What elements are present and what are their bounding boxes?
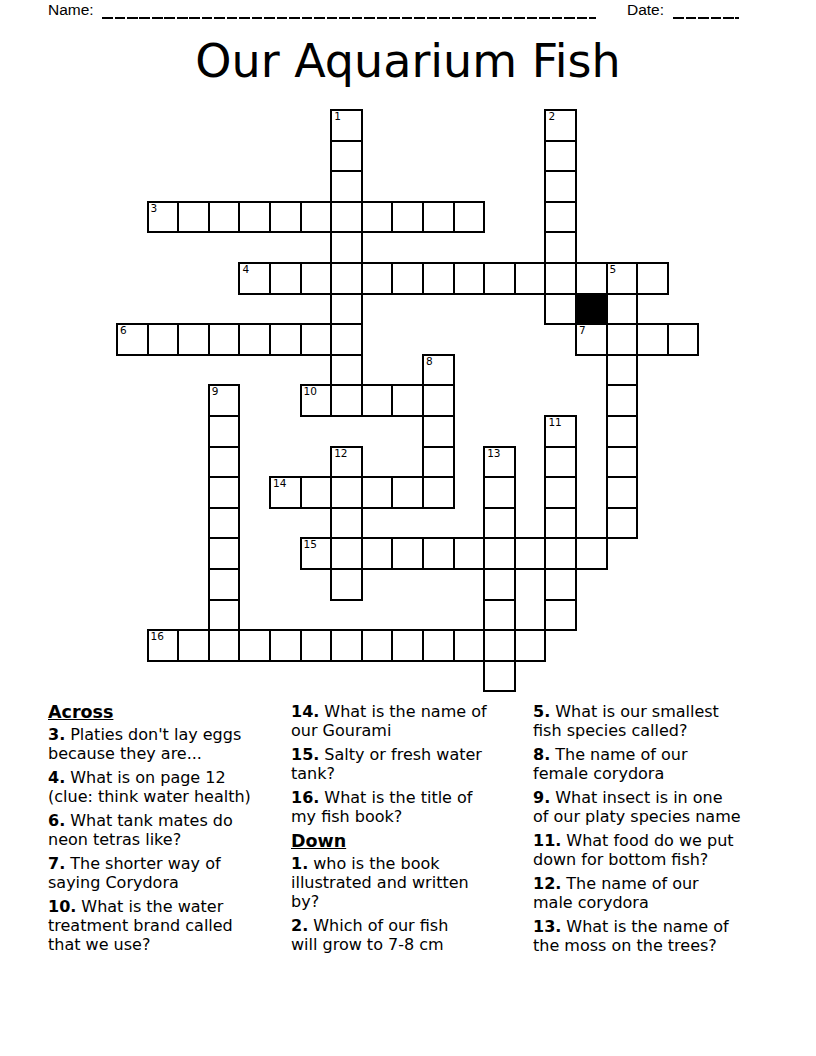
grid-cell[interactable] [177, 323, 210, 356]
grid-cell[interactable] [514, 629, 547, 662]
clue-12: 12.The name of our male corydora [533, 874, 785, 912]
grid-cell[interactable] [483, 262, 516, 295]
grid-cell[interactable] [269, 323, 302, 356]
black-cell [575, 293, 608, 326]
grid-cell[interactable] [177, 201, 210, 234]
grid-cell[interactable] [208, 446, 241, 479]
grid-cell[interactable] [606, 354, 639, 387]
clue-text: who is the book illustrated and written … [291, 854, 469, 911]
puzzle-title: Our Aquarium Fish [0, 34, 816, 88]
grid-cell[interactable] [483, 476, 516, 509]
grid-cell[interactable] [330, 629, 363, 662]
clue-3: 3.Platies don't lay eggs because they ar… [48, 725, 288, 763]
clue-text: What insect is in one of our platy speci… [533, 788, 741, 826]
grid-cell[interactable] [330, 507, 363, 540]
grid-cell[interactable] [544, 293, 577, 326]
grid-cell[interactable]: 8 [422, 354, 455, 387]
clue-column-2: 14.What is the name of our Gourami15.Sal… [291, 702, 530, 959]
grid-cell[interactable] [269, 262, 302, 295]
grid-cell[interactable] [483, 537, 516, 570]
clue-14: 14.What is the name of our Gourami [291, 702, 530, 740]
grid-cell[interactable] [208, 568, 241, 601]
date-blank-line[interactable] [673, 17, 739, 19]
grid-cell[interactable] [177, 629, 210, 662]
grid-cell[interactable] [606, 384, 639, 417]
grid-cell[interactable] [330, 293, 363, 326]
grid-cell[interactable] [330, 170, 363, 203]
clue-text: What is on page 12 (clue: think water he… [48, 768, 251, 806]
clue-2: 2.Which of our fish will grow to 7-8 cm [291, 916, 530, 954]
crossword-grid: 12345678910111213141516 [117, 110, 699, 692]
cell-number-7: 7 [579, 325, 586, 336]
grid-cell[interactable] [391, 201, 424, 234]
grid-cell[interactable] [208, 415, 241, 448]
cell-number-15: 15 [304, 539, 317, 550]
grid-cell[interactable] [636, 262, 669, 295]
grid-cell[interactable] [208, 507, 241, 540]
grid-cell[interactable] [544, 568, 577, 601]
cell-number-10: 10 [304, 386, 317, 397]
grid-cell[interactable]: 4 [238, 262, 271, 295]
grid-cell[interactable]: 15 [300, 537, 333, 570]
clue-number-label: 12. [533, 874, 561, 893]
grid-cell[interactable] [636, 323, 669, 356]
clue-11: 11.What food do we put down for bottom f… [533, 831, 785, 869]
cell-number-1: 1 [334, 111, 341, 122]
clue-column-3: 5.What is our smallest fish species call… [533, 702, 785, 960]
clue-column-1: Across3.Platies don't lay eggs because t… [48, 702, 288, 959]
grid-cell[interactable] [483, 599, 516, 632]
clue-text: Platies don't lay eggs because they are.… [48, 725, 241, 763]
grid-cell[interactable] [238, 323, 271, 356]
grid-cell[interactable] [208, 629, 241, 662]
clue-8: 8.The name of our female corydora [533, 745, 785, 783]
name-label: Name: [48, 1, 94, 19]
grid-cell[interactable] [330, 201, 363, 234]
clue-number-label: 16. [291, 788, 319, 807]
cell-number-9: 9 [212, 386, 219, 397]
clue-9: 9.What insect is in one of our platy spe… [533, 788, 785, 826]
grid-cell[interactable]: 11 [544, 415, 577, 448]
cell-number-5: 5 [610, 264, 617, 275]
clue-number-label: 6. [48, 811, 65, 830]
clue-15: 15.Salty or fresh water tank? [291, 745, 530, 783]
cell-number-13: 13 [487, 448, 500, 459]
grid-cell[interactable] [208, 201, 241, 234]
grid-cell[interactable] [422, 415, 455, 448]
grid-cell[interactable] [361, 384, 394, 417]
grid-cell[interactable] [514, 262, 547, 295]
grid-cell[interactable]: 6 [116, 323, 149, 356]
across-header: Across [48, 702, 288, 722]
grid-cell[interactable] [300, 629, 333, 662]
grid-cell[interactable] [361, 201, 394, 234]
grid-cell[interactable] [391, 262, 424, 295]
cell-number-12: 12 [334, 448, 347, 459]
grid-cell[interactable] [453, 262, 486, 295]
grid-cell[interactable] [544, 170, 577, 203]
grid-cell[interactable]: 16 [147, 629, 180, 662]
date-label: Date: [627, 1, 664, 19]
cell-number-4: 4 [242, 264, 249, 275]
grid-cell[interactable] [483, 660, 516, 693]
clue-7: 7.The shorter way of saying Corydora [48, 854, 288, 892]
grid-cell[interactable]: 13 [483, 446, 516, 479]
clue-number-label: 13. [533, 917, 561, 936]
clue-number-label: 5. [533, 702, 550, 721]
grid-cell[interactable] [330, 354, 363, 387]
grid-cell[interactable] [544, 446, 577, 479]
grid-cell[interactable] [361, 262, 394, 295]
clue-text: What is the name of our Gourami [291, 702, 487, 740]
grid-cell[interactable]: 3 [147, 201, 180, 234]
clue-4: 4.What is on page 12 (clue: think water … [48, 768, 288, 806]
grid-cell[interactable] [606, 476, 639, 509]
grid-cell[interactable] [606, 323, 639, 356]
clue-text: What is our smallest fish species called… [533, 702, 719, 740]
clue-number-label: 10. [48, 897, 76, 916]
grid-cell[interactable] [483, 629, 516, 662]
grid-cell[interactable] [208, 476, 241, 509]
grid-cell[interactable] [606, 415, 639, 448]
grid-cell[interactable] [391, 384, 424, 417]
grid-cell[interactable] [361, 476, 394, 509]
clue-number-label: 2. [291, 916, 308, 935]
cell-number-14: 14 [273, 478, 286, 489]
grid-cell[interactable] [422, 446, 455, 479]
grid-cell[interactable] [544, 476, 577, 509]
grid-cell[interactable] [391, 476, 424, 509]
cell-number-11: 11 [548, 417, 561, 428]
clue-10: 10.What is the water treatment brand cal… [48, 897, 288, 954]
clue-number-label: 7. [48, 854, 65, 873]
cell-number-16: 16 [151, 631, 164, 642]
grid-cell[interactable]: 14 [269, 476, 302, 509]
grid-cell[interactable]: 7 [575, 323, 608, 356]
grid-cell[interactable] [361, 537, 394, 570]
grid-cell[interactable] [544, 231, 577, 264]
clue-text: What is the name of the moss on the tree… [533, 917, 729, 955]
clue-number-label: 3. [48, 725, 65, 744]
grid-cell[interactable] [544, 507, 577, 540]
grid-cell[interactable] [330, 262, 363, 295]
grid-cell[interactable] [330, 537, 363, 570]
grid-cell[interactable] [422, 384, 455, 417]
clue-number-label: 11. [533, 831, 561, 850]
grid-cell[interactable] [544, 599, 577, 632]
grid-cell[interactable] [300, 476, 333, 509]
grid-cell[interactable]: 9 [208, 384, 241, 417]
grid-cell[interactable] [208, 323, 241, 356]
clue-text: The shorter way of saying Corydora [48, 854, 221, 892]
grid-cell[interactable] [544, 262, 577, 295]
cell-number-8: 8 [426, 356, 433, 367]
grid-cell[interactable] [483, 568, 516, 601]
grid-cell[interactable] [330, 323, 363, 356]
grid-cell[interactable] [269, 629, 302, 662]
grid-cell[interactable] [391, 629, 424, 662]
grid-cell[interactable] [453, 537, 486, 570]
grid-cell[interactable] [300, 201, 333, 234]
grid-cell[interactable] [422, 537, 455, 570]
grid-cell[interactable] [544, 201, 577, 234]
grid-cell[interactable] [238, 201, 271, 234]
clue-number-label: 14. [291, 702, 319, 721]
clue-text: Which of our fish will grow to 7-8 cm [291, 916, 448, 954]
grid-cell[interactable]: 2 [544, 109, 577, 142]
grid-cell[interactable] [361, 629, 394, 662]
clue-text: Salty or fresh water tank? [291, 745, 482, 783]
grid-cell[interactable] [514, 537, 547, 570]
grid-cell[interactable] [238, 629, 271, 662]
grid-cell[interactable] [147, 323, 180, 356]
grid-cell[interactable] [391, 537, 424, 570]
grid-cell[interactable] [544, 140, 577, 173]
clue-text: The name of our female corydora [533, 745, 688, 783]
grid-cell[interactable] [330, 568, 363, 601]
grid-cell[interactable] [300, 323, 333, 356]
clue-6: 6.What tank mates do neon tetras like? [48, 811, 288, 849]
grid-cell[interactable] [606, 446, 639, 479]
grid-cell[interactable] [208, 599, 241, 632]
clue-number-label: 9. [533, 788, 550, 807]
grid-cell[interactable] [422, 629, 455, 662]
name-blank-line[interactable] [102, 17, 596, 19]
grid-cell[interactable] [208, 537, 241, 570]
grid-cell[interactable] [606, 507, 639, 540]
grid-cell[interactable] [269, 201, 302, 234]
grid-cell[interactable] [453, 629, 486, 662]
clue-1: 1.who is the book illustrated and writte… [291, 854, 530, 911]
clue-number-label: 1. [291, 854, 308, 873]
grid-cell[interactable] [300, 262, 333, 295]
clue-13: 13.What is the name of the moss on the t… [533, 917, 785, 955]
grid-cell[interactable] [422, 476, 455, 509]
grid-cell[interactable] [483, 507, 516, 540]
grid-cell[interactable] [330, 231, 363, 264]
grid-cell[interactable] [667, 323, 700, 356]
clue-16: 16.What is the title of my fish book? [291, 788, 530, 826]
grid-cell[interactable] [575, 262, 608, 295]
cell-number-2: 2 [548, 111, 555, 122]
grid-cell[interactable] [330, 476, 363, 509]
clue-number-label: 15. [291, 745, 319, 764]
grid-cell[interactable] [422, 262, 455, 295]
grid-cell[interactable] [330, 384, 363, 417]
grid-cell[interactable] [422, 201, 455, 234]
grid-cell[interactable] [330, 140, 363, 173]
clue-number-label: 4. [48, 768, 65, 787]
cell-number-6: 6 [120, 325, 127, 336]
grid-cell[interactable] [544, 537, 577, 570]
grid-cell[interactable]: 10 [300, 384, 333, 417]
grid-cell[interactable]: 12 [330, 446, 363, 479]
clue-number-label: 8. [533, 745, 550, 764]
grid-cell[interactable]: 1 [330, 109, 363, 142]
down-header: Down [291, 831, 530, 851]
clue-5: 5.What is our smallest fish species call… [533, 702, 785, 740]
grid-cell[interactable] [575, 537, 608, 570]
grid-cell[interactable]: 5 [606, 262, 639, 295]
grid-cell[interactable] [453, 201, 486, 234]
clue-text: What food do we put down for bottom fish… [533, 831, 734, 869]
grid-cell[interactable] [606, 293, 639, 326]
clue-text: What tank mates do neon tetras like? [48, 811, 233, 849]
cell-number-3: 3 [151, 203, 158, 214]
